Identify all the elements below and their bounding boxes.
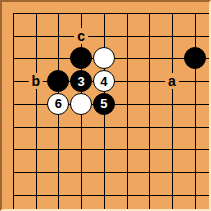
black-stone [47,70,69,92]
grid-line-horizontal [13,172,209,173]
grid-line-vertical [13,13,14,209]
black-stone [184,47,206,69]
point-label-b: b [28,73,43,89]
white-stone [70,93,92,115]
black-stone [70,47,92,69]
move-number: 6 [55,96,62,111]
grid-line-vertical [127,13,128,209]
move-number: 4 [100,74,107,89]
grid-line-vertical [36,13,37,209]
go-board-diagram: cba3465 [0,0,211,211]
grid-line-vertical [172,13,173,209]
point-label-c: c [74,28,88,44]
grid-line-vertical [195,13,196,209]
point-label-a: a [165,73,179,89]
grid-line-horizontal [13,127,209,128]
move-number: 3 [77,74,84,89]
black-stone: 5 [93,93,115,115]
white-stone: 6 [47,93,69,115]
grid-line-horizontal [13,149,209,150]
grid-line-horizontal [13,36,209,37]
white-stone: 4 [93,70,115,92]
grid-line-horizontal [13,195,209,196]
grid-line-vertical [149,13,150,209]
white-stone [93,47,115,69]
move-number: 5 [100,96,107,111]
black-stone: 3 [70,70,92,92]
grid-line-horizontal [13,13,209,14]
